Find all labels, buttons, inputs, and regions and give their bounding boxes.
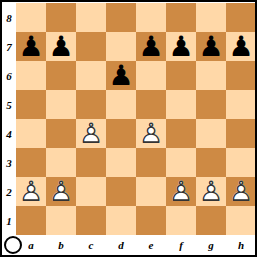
white-pawn-outline-glyph: ♙ (226, 177, 256, 206)
square-e7[interactable]: ♟ (136, 32, 166, 61)
square-g2[interactable]: ♟♙ (196, 177, 226, 206)
black-pawn-glyph: ♟ (166, 32, 196, 61)
square-h3[interactable] (226, 148, 256, 177)
turn-indicator-circle (4, 236, 22, 254)
square-b3[interactable] (46, 148, 76, 177)
rank-labels: 87654321 (2, 3, 16, 235)
file-label-e: e (136, 237, 166, 253)
square-g7[interactable]: ♟ (196, 32, 226, 61)
square-h8[interactable] (226, 3, 256, 32)
white-pawn: ♟♙ (166, 177, 196, 206)
rank-label-8: 8 (2, 3, 16, 32)
square-c8[interactable] (76, 3, 106, 32)
square-a2[interactable]: ♟♙ (16, 177, 46, 206)
black-pawn: ♟ (16, 32, 46, 61)
black-pawn-glyph: ♟ (136, 32, 166, 61)
square-d4[interactable] (106, 119, 136, 148)
square-g5[interactable] (196, 90, 226, 119)
white-pawn-outline-glyph: ♙ (166, 177, 196, 206)
square-d7[interactable] (106, 32, 136, 61)
square-e1[interactable] (136, 206, 166, 235)
square-a1[interactable] (16, 206, 46, 235)
white-pawn-outline-glyph: ♙ (16, 177, 46, 206)
white-pawn-outline-glyph: ♙ (196, 177, 226, 206)
square-a6[interactable] (16, 61, 46, 90)
rank-label-3: 3 (2, 148, 16, 177)
square-g6[interactable] (196, 61, 226, 90)
square-h4[interactable] (226, 119, 256, 148)
square-c1[interactable] (76, 206, 106, 235)
square-c6[interactable] (76, 61, 106, 90)
chess-diagram: 87654321 ♟♟♟♟♟♟♟♟♙♟♙♟♙♟♙♟♙♟♙♟♙ abcdefgh (0, 0, 257, 257)
square-f7[interactable]: ♟ (166, 32, 196, 61)
square-f2[interactable]: ♟♙ (166, 177, 196, 206)
square-b6[interactable] (46, 61, 76, 90)
square-h2[interactable]: ♟♙ (226, 177, 256, 206)
black-pawn-glyph: ♟ (196, 32, 226, 61)
white-pawn-outline-glyph: ♙ (46, 177, 76, 206)
square-e3[interactable] (136, 148, 166, 177)
white-pawn: ♟♙ (16, 177, 46, 206)
square-f1[interactable] (166, 206, 196, 235)
white-pawn: ♟♙ (76, 119, 106, 148)
square-c7[interactable] (76, 32, 106, 61)
square-c2[interactable] (76, 177, 106, 206)
square-g4[interactable] (196, 119, 226, 148)
white-pawn: ♟♙ (196, 177, 226, 206)
black-pawn-glyph: ♟ (46, 32, 76, 61)
file-label-b: b (46, 237, 76, 253)
square-d2[interactable] (106, 177, 136, 206)
black-pawn-glyph: ♟ (16, 32, 46, 61)
square-b1[interactable] (46, 206, 76, 235)
square-d8[interactable] (106, 3, 136, 32)
square-f5[interactable] (166, 90, 196, 119)
square-d6[interactable]: ♟ (106, 61, 136, 90)
square-d3[interactable] (106, 148, 136, 177)
black-pawn: ♟ (136, 32, 166, 61)
square-b2[interactable]: ♟♙ (46, 177, 76, 206)
square-f6[interactable] (166, 61, 196, 90)
square-b8[interactable] (46, 3, 76, 32)
white-pawn: ♟♙ (226, 177, 256, 206)
square-b4[interactable] (46, 119, 76, 148)
square-a3[interactable] (16, 148, 46, 177)
black-pawn-glyph: ♟ (226, 32, 256, 61)
square-e4[interactable]: ♟♙ (136, 119, 166, 148)
rank-label-5: 5 (2, 90, 16, 119)
square-e5[interactable] (136, 90, 166, 119)
square-e2[interactable] (136, 177, 166, 206)
square-h7[interactable]: ♟ (226, 32, 256, 61)
square-c5[interactable] (76, 90, 106, 119)
square-g3[interactable] (196, 148, 226, 177)
square-g8[interactable] (196, 3, 226, 32)
rank-label-1: 1 (2, 206, 16, 235)
file-label-g: g (196, 237, 226, 253)
black-pawn: ♟ (46, 32, 76, 61)
white-pawn: ♟♙ (136, 119, 166, 148)
black-pawn: ♟ (106, 61, 136, 90)
square-d1[interactable] (106, 206, 136, 235)
square-f4[interactable] (166, 119, 196, 148)
square-a5[interactable] (16, 90, 46, 119)
square-h6[interactable] (226, 61, 256, 90)
square-d5[interactable] (106, 90, 136, 119)
square-a4[interactable] (16, 119, 46, 148)
square-f3[interactable] (166, 148, 196, 177)
square-b5[interactable] (46, 90, 76, 119)
white-pawn: ♟♙ (46, 177, 76, 206)
rank-label-2: 2 (2, 177, 16, 206)
rank-label-7: 7 (2, 32, 16, 61)
file-label-c: c (76, 237, 106, 253)
square-e8[interactable] (136, 3, 166, 32)
white-pawn-outline-glyph: ♙ (76, 119, 106, 148)
file-labels: abcdefgh (16, 237, 256, 253)
rank-label-6: 6 (2, 61, 16, 90)
square-c3[interactable] (76, 148, 106, 177)
black-pawn: ♟ (196, 32, 226, 61)
square-c4[interactable]: ♟♙ (76, 119, 106, 148)
square-b7[interactable]: ♟ (46, 32, 76, 61)
black-pawn: ♟ (166, 32, 196, 61)
square-f8[interactable] (166, 3, 196, 32)
white-pawn-outline-glyph: ♙ (136, 119, 166, 148)
file-label-d: d (106, 237, 136, 253)
black-pawn: ♟ (226, 32, 256, 61)
square-a7[interactable]: ♟ (16, 32, 46, 61)
square-g1[interactable] (196, 206, 226, 235)
chess-board: ♟♟♟♟♟♟♟♟♙♟♙♟♙♟♙♟♙♟♙♟♙ (16, 3, 256, 235)
square-a8[interactable] (16, 3, 46, 32)
square-h5[interactable] (226, 90, 256, 119)
black-pawn-glyph: ♟ (106, 61, 136, 90)
square-e6[interactable] (136, 61, 166, 90)
file-label-f: f (166, 237, 196, 253)
rank-label-4: 4 (2, 119, 16, 148)
file-label-h: h (226, 237, 256, 253)
square-h1[interactable] (226, 206, 256, 235)
